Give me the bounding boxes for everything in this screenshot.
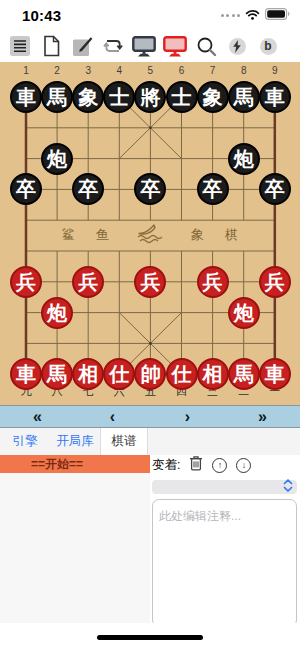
annotation-pane: 变着: ↑ ↓ <box>150 455 300 623</box>
variation-select[interactable] <box>152 480 297 494</box>
b-engine-icon[interactable]: b <box>256 34 280 58</box>
piece-black-馬[interactable]: 馬 <box>41 81 73 113</box>
file-label-top-8: 8 <box>236 65 252 76</box>
piece-red-相[interactable]: 相 <box>197 358 229 390</box>
piece-black-卒[interactable]: 卒 <box>259 173 291 205</box>
move-list-item-start[interactable]: ==开始== <box>0 455 150 473</box>
search-icon[interactable] <box>194 34 218 58</box>
tab-opening-book[interactable]: 开局库 <box>50 428 100 455</box>
piece-red-兵[interactable]: 兵 <box>197 266 229 298</box>
piece-red-車[interactable]: 車 <box>10 358 42 390</box>
monitor-icon[interactable] <box>132 34 156 58</box>
file-label-top-3: 3 <box>80 65 96 76</box>
toolbar: b <box>0 30 300 62</box>
tab-game-record[interactable]: 棋谱 <box>100 428 148 455</box>
piece-red-兵[interactable]: 兵 <box>259 266 291 298</box>
status-time: 10:43 <box>22 7 61 24</box>
piece-black-車[interactable]: 車 <box>10 81 42 113</box>
trash-icon[interactable] <box>189 455 203 475</box>
piece-red-兵[interactable]: 兵 <box>134 266 166 298</box>
lightning-icon[interactable] <box>225 34 249 58</box>
first-move-button[interactable]: « <box>0 406 75 427</box>
shark-logo-icon <box>134 223 167 248</box>
wifi-icon <box>245 6 260 24</box>
variation-down-button[interactable]: ↓ <box>236 458 251 473</box>
app-window: 10:43 <box>0 0 300 649</box>
variation-label: 变着: <box>152 457 180 474</box>
piece-red-炮[interactable]: 炮 <box>228 297 260 329</box>
comment-textarea[interactable] <box>152 499 297 627</box>
repeat-icon[interactable] <box>101 34 125 58</box>
xiangqi-board[interactable]: 鲨鱼 象棋 123456789九八七六五四三二一 車馬象士將士象馬車炮炮卒卒卒卒… <box>0 62 300 405</box>
status-bar: 10:43 <box>0 0 300 30</box>
piece-black-馬[interactable]: 馬 <box>228 81 260 113</box>
piece-black-炮[interactable]: 炮 <box>41 143 73 175</box>
file-label-top-9: 9 <box>267 65 283 76</box>
next-move-button[interactable]: › <box>150 406 225 427</box>
battery-icon <box>265 6 290 24</box>
piece-red-炮[interactable]: 炮 <box>41 297 73 329</box>
move-list[interactable]: ==开始== <box>0 455 150 623</box>
file-label-top-2: 2 <box>49 65 65 76</box>
piece-black-卒[interactable]: 卒 <box>197 173 229 205</box>
piece-red-兵[interactable]: 兵 <box>10 266 42 298</box>
file-label-top-5: 5 <box>142 65 158 76</box>
file-label-top-4: 4 <box>111 65 127 76</box>
compose-icon[interactable] <box>70 34 94 58</box>
home-indicator[interactable] <box>97 635 203 640</box>
record-panel: ==开始== 变着: ↑ ↓ <box>0 455 300 623</box>
piece-red-馬[interactable]: 馬 <box>228 358 260 390</box>
piece-black-士[interactable]: 士 <box>166 81 198 113</box>
tab-bar: 引擎 开局库 棋谱 <box>0 428 300 455</box>
menu-icon[interactable] <box>8 34 32 58</box>
last-move-button[interactable]: » <box>225 406 300 427</box>
file-label-top-6: 6 <box>174 65 190 76</box>
piece-black-象[interactable]: 象 <box>72 81 104 113</box>
file-label-top-1: 1 <box>18 65 34 76</box>
piece-black-車[interactable]: 車 <box>259 81 291 113</box>
status-icons <box>221 6 291 24</box>
piece-black-炮[interactable]: 炮 <box>228 143 260 175</box>
file-label-top-7: 7 <box>205 65 221 76</box>
cellular-signal-icon <box>221 14 241 17</box>
river-text-right: 象棋 <box>191 226 259 244</box>
new-document-icon[interactable] <box>39 34 63 58</box>
bottom-area <box>0 623 300 649</box>
piece-black-象[interactable]: 象 <box>197 81 229 113</box>
chevron-up-down-icon <box>283 478 293 496</box>
monitor-red-icon[interactable] <box>163 34 187 58</box>
tab-engine[interactable]: 引擎 <box>0 428 50 455</box>
piece-red-仕[interactable]: 仕 <box>166 358 198 390</box>
piece-red-兵[interactable]: 兵 <box>72 266 104 298</box>
move-nav-bar: « ‹ › » <box>0 405 300 428</box>
river-text-left: 鲨鱼 <box>62 226 130 244</box>
variation-up-button[interactable]: ↑ <box>212 458 227 473</box>
piece-red-車[interactable]: 車 <box>259 358 291 390</box>
prev-move-button[interactable]: ‹ <box>75 406 150 427</box>
